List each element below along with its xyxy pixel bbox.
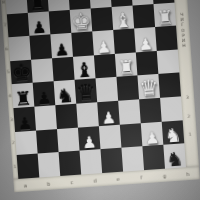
chessboard-photo: 87654321 ♜♟♚♝♜♟♟♟♚♝♜♜♟♞♛♛♟♟♟♟♞♞ ЧИГОРИН …: [0, 0, 200, 200]
rank-label-right-1: 1: [189, 133, 192, 138]
square-b3: [34, 105, 57, 130]
chess-board: ♜♟♚♝♜♟♟♟♚♝♜♜♟♞♛♛♟♟♟♟♞♞: [5, 0, 186, 179]
square-b6: [29, 35, 52, 60]
square-e5: [94, 54, 117, 79]
square-g6: ♟: [134, 27, 157, 52]
square-h7: ♜: [153, 2, 176, 27]
square-h2: ♞: [162, 120, 185, 145]
square-h6: [155, 26, 178, 51]
square-c5: [52, 57, 75, 82]
file-label-c: c: [60, 178, 84, 186]
square-g4: ♛: [137, 74, 160, 99]
square-e3: ♟: [97, 101, 120, 126]
square-h4: [158, 73, 181, 98]
square-a7: [7, 12, 30, 37]
rank-label-left-3: 3: [10, 118, 13, 123]
brand-letter: Н: [182, 43, 186, 48]
square-f3: [118, 99, 141, 124]
rank-label-left-2: 2: [12, 141, 15, 146]
square-f7: ♝: [112, 5, 135, 30]
rank-label-left-6: 6: [5, 47, 8, 52]
square-f2: [120, 123, 143, 148]
square-g2: ♟: [141, 121, 164, 146]
rank-label-left-8: 8: [2, 0, 5, 5]
piece-black-king: ♚: [10, 62, 32, 85]
square-h5: [157, 49, 180, 74]
square-d2: ♟: [78, 126, 101, 151]
square-a1: [17, 154, 40, 179]
square-f6: [113, 29, 136, 54]
square-b4: ♟: [33, 82, 56, 107]
square-d6: [71, 32, 94, 57]
square-b5: [31, 58, 54, 83]
rank-label-left-4: 4: [9, 94, 12, 99]
file-label-h: h: [176, 170, 200, 178]
square-e2: [99, 124, 122, 149]
square-g5: [136, 51, 159, 76]
square-c2: [57, 127, 80, 152]
piece-white-queen: ♛: [138, 77, 160, 100]
square-f4: [116, 76, 139, 101]
file-label-g: g: [153, 171, 177, 179]
square-f5: ♜: [115, 52, 138, 77]
square-f1: [121, 146, 144, 171]
square-c7: [49, 10, 72, 35]
square-b2: [36, 129, 59, 154]
file-label-f: f: [130, 173, 154, 181]
square-e7: [91, 7, 114, 32]
square-a3: ♟: [13, 107, 36, 132]
chess-board-with-frame: 87654321 ♜♟♚♝♜♟♟♟♚♝♜♜♟♞♛♛♟♟♟♟♞♞ ЧИГОРИН …: [0, 0, 200, 192]
file-label-d: d: [83, 176, 107, 184]
square-h1: ♞: [163, 143, 186, 168]
rank-label-right-3: 3: [186, 96, 189, 101]
board-brand-text: ЧИГОРИН: [175, 12, 190, 49]
file-label-e: e: [106, 175, 130, 183]
square-a2: [15, 130, 38, 155]
file-label-b: b: [37, 180, 61, 188]
square-c3: [55, 104, 78, 129]
file-label-a: a: [14, 181, 38, 189]
square-d1: [80, 149, 103, 174]
square-d7: ♚: [70, 8, 93, 33]
piece-white-king: ♚: [70, 11, 92, 34]
square-d3: [76, 102, 99, 127]
rank-label-left-5: 5: [7, 71, 10, 76]
rank-label-left-1: 1: [13, 165, 16, 170]
square-g3: [139, 98, 162, 123]
rank-label-left-7: 7: [4, 24, 7, 29]
square-a5: ♚: [10, 60, 33, 85]
square-g7: [133, 4, 156, 29]
square-c4: ♞: [54, 80, 77, 105]
square-e6: ♟: [92, 30, 115, 55]
square-d4: ♛: [75, 79, 98, 104]
piece-black-queen: ♛: [75, 81, 97, 104]
square-b1: [38, 152, 61, 177]
square-e1: [100, 148, 123, 173]
square-a4: ♜: [12, 83, 35, 108]
rank-label-right-2: 2: [187, 114, 190, 119]
square-e4: [96, 77, 119, 102]
square-h3: [160, 96, 183, 121]
piece-black-knight: ♞: [164, 149, 186, 169]
square-c6: ♟: [50, 33, 73, 58]
square-a6: [8, 36, 31, 61]
square-c1: [59, 151, 82, 176]
square-g1: [142, 145, 165, 170]
square-d5: ♝: [73, 55, 96, 80]
square-b7: ♟: [28, 11, 51, 36]
